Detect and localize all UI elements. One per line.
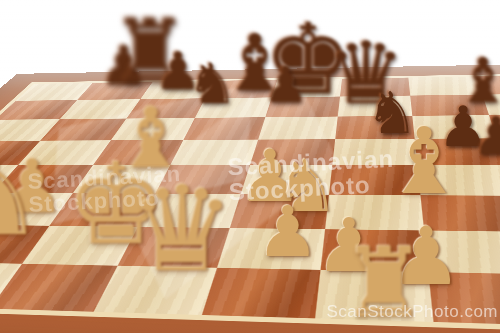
piece-white-rook: ♜	[341, 235, 427, 331]
piece-white-knight: ♞	[0, 145, 43, 250]
piece-black-pawn: ♟	[473, 110, 500, 162]
pieces-layer: ♟♜♟♝♚♟♞♝♛♞♟♟♝♝♟♞♟♞♚♟♟♛♟♜	[0, 0, 500, 333]
piece-white-pawn: ♟	[257, 197, 320, 267]
piece-white-queen: ♛	[129, 170, 235, 288]
piece-black-knight: ♞	[187, 56, 237, 112]
chessboard-stock-photo: ♟♜♟♝♚♟♞♝♛♞♟♟♝♝♟♞♟♞♚♟♟♛♟♜ Scandinavian St…	[0, 0, 500, 333]
piece-black-pawn: ♟	[264, 60, 309, 110]
piece-white-bishop: ♝	[383, 115, 465, 207]
